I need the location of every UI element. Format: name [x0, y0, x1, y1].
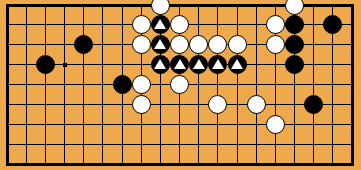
white-stone — [228, 35, 247, 54]
grid-line-horizontal — [7, 124, 352, 125]
triangle-marked-black-stone — [151, 55, 170, 74]
go-board-diagram — [0, 0, 361, 170]
white-stone — [247, 95, 266, 114]
white-stone — [132, 35, 151, 54]
black-stone — [285, 55, 304, 74]
triangle-marked-black-stone — [151, 35, 170, 54]
grid-line-horizontal — [7, 104, 352, 105]
triangle-mark — [174, 59, 186, 69]
triangle-mark — [154, 39, 166, 49]
triangle-mark — [193, 59, 205, 69]
triangle-marked-black-stone — [228, 55, 247, 74]
black-stone — [113, 75, 132, 94]
star-point — [63, 63, 67, 67]
white-stone — [266, 115, 285, 134]
white-stone — [151, 0, 170, 15]
triangle-mark — [154, 59, 166, 69]
go-board — [0, 0, 361, 170]
triangle-marked-black-stone — [170, 55, 189, 74]
white-stone — [132, 95, 151, 114]
black-stone — [304, 95, 323, 114]
white-stone — [170, 75, 189, 94]
white-stone — [266, 35, 285, 54]
grid-line-horizontal — [7, 144, 352, 145]
white-stone — [132, 15, 151, 34]
white-stone — [132, 75, 151, 94]
triangle-mark — [154, 19, 166, 29]
triangle-mark — [231, 59, 243, 69]
black-stone — [36, 55, 55, 74]
triangle-mark — [212, 59, 224, 69]
